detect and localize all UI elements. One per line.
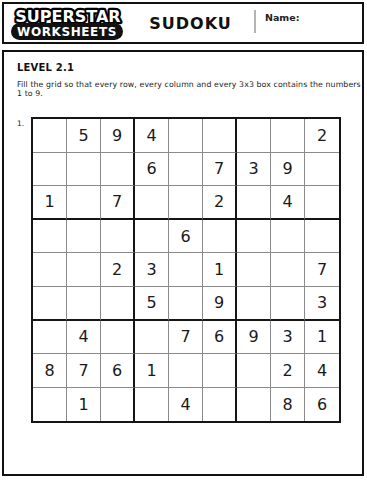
puzzle-block: 1. 594267391724623175934769318761241486: [17, 117, 362, 423]
sudoku-cell-r4c3[interactable]: [101, 220, 135, 254]
name-label: Name:: [265, 12, 300, 23]
sudoku-cell-r4c6[interactable]: [203, 220, 237, 254]
sudoku-cell-r5c1[interactable]: [33, 253, 67, 287]
sudoku-cell-r1c6[interactable]: [203, 119, 237, 153]
sudoku-cell-r3c5[interactable]: [169, 186, 203, 220]
sudoku-cell-r2c6: 7: [203, 153, 237, 187]
sudoku-cell-r1c3: 9: [101, 119, 135, 153]
sudoku-cell-r2c8: 9: [271, 153, 305, 187]
sudoku-cell-r1c5[interactable]: [169, 119, 203, 153]
content-box: LEVEL 2.1 Fill the grid so that every ro…: [2, 50, 364, 476]
name-section: Name:: [254, 4, 362, 42]
sudoku-cell-r9c4[interactable]: [135, 388, 169, 422]
sudoku-cell-r5c7[interactable]: [237, 253, 271, 287]
sudoku-cell-r8c2: 7: [67, 354, 101, 388]
sudoku-cell-r9c7[interactable]: [237, 388, 271, 422]
sudoku-cell-r8c9: 4: [305, 354, 339, 388]
sudoku-cell-r9c8: 8: [271, 388, 305, 422]
sudoku-cell-r4c8[interactable]: [271, 220, 305, 254]
sudoku-cell-r8c5[interactable]: [169, 354, 203, 388]
logo-text-superstar: SUPERSTAR: [15, 7, 120, 26]
name-separator-line: [254, 10, 256, 33]
sudoku-cell-r8c6[interactable]: [203, 354, 237, 388]
sudoku-cell-r6c1[interactable]: [33, 287, 67, 321]
sudoku-cell-r3c8: 4: [271, 186, 305, 220]
sudoku-cell-r5c3: 2: [101, 253, 135, 287]
sudoku-cell-r4c7[interactable]: [237, 220, 271, 254]
sudoku-cell-r1c7[interactable]: [237, 119, 271, 153]
sudoku-cell-r8c1: 8: [33, 354, 67, 388]
sudoku-cell-r8c4: 1: [135, 354, 169, 388]
sudoku-cell-r2c9[interactable]: [305, 153, 339, 187]
sudoku-cell-r6c7[interactable]: [237, 287, 271, 321]
level-label: LEVEL 2.1: [17, 62, 362, 73]
sudoku-cell-r1c9: 2: [305, 119, 339, 153]
sudoku-cell-r3c9[interactable]: [305, 186, 339, 220]
content-inner: LEVEL 2.1 Fill the grid so that every ro…: [4, 52, 362, 423]
sudoku-cell-r7c8: 3: [271, 321, 305, 355]
sudoku-cell-r2c4: 6: [135, 153, 169, 187]
sudoku-cell-r2c1[interactable]: [33, 153, 67, 187]
sudoku-cell-r2c5[interactable]: [169, 153, 203, 187]
name-write-area[interactable]: [300, 10, 362, 34]
sudoku-cell-r9c2: 1: [67, 388, 101, 422]
sudoku-cell-r5c9: 7: [305, 253, 339, 287]
sudoku-cell-r3c4[interactable]: [135, 186, 169, 220]
sudoku-cell-r6c5[interactable]: [169, 287, 203, 321]
sudoku-cell-r6c3[interactable]: [101, 287, 135, 321]
sudoku-cell-r4c9[interactable]: [305, 220, 339, 254]
sudoku-cell-r7c2: 4: [67, 321, 101, 355]
sudoku-cell-r4c1[interactable]: [33, 220, 67, 254]
sudoku-cell-r1c2: 5: [67, 119, 101, 153]
superstar-worksheets-logo: SUPERSTAR WORKSHEETS: [9, 5, 127, 41]
sudoku-cell-r1c4: 4: [135, 119, 169, 153]
sudoku-cell-r9c3[interactable]: [101, 388, 135, 422]
sudoku-cell-r7c1[interactable]: [33, 321, 67, 355]
sudoku-cell-r8c7[interactable]: [237, 354, 271, 388]
sudoku-cell-r6c8[interactable]: [271, 287, 305, 321]
sudoku-cell-r6c6: 9: [203, 287, 237, 321]
sudoku-cell-r2c3[interactable]: [101, 153, 135, 187]
sudoku-cell-r7c7: 9: [237, 321, 271, 355]
sudoku-cell-r7c6: 6: [203, 321, 237, 355]
sudoku-cell-r6c4: 5: [135, 287, 169, 321]
sudoku-cell-r4c4[interactable]: [135, 220, 169, 254]
sudoku-cell-r2c7: 3: [237, 153, 271, 187]
sudoku-cell-r1c1[interactable]: [33, 119, 67, 153]
sudoku-cell-r7c3[interactable]: [101, 321, 135, 355]
sudoku-cell-r3c1: 1: [33, 186, 67, 220]
sudoku-cell-r8c3: 6: [101, 354, 135, 388]
sudoku-cell-r5c5[interactable]: [169, 253, 203, 287]
sudoku-cell-r5c4: 3: [135, 253, 169, 287]
sudoku-cell-r7c5: 7: [169, 321, 203, 355]
sudoku-cell-r9c1[interactable]: [33, 388, 67, 422]
sudoku-grid: 594267391724623175934769318761241486: [31, 117, 341, 423]
sudoku-cell-r3c6: 2: [203, 186, 237, 220]
header-bar: SUPERSTAR WORKSHEETS SUDOKU Name:: [2, 2, 364, 44]
sudoku-cell-r4c2[interactable]: [67, 220, 101, 254]
sudoku-cell-r3c3: 7: [101, 186, 135, 220]
sudoku-cell-r6c9: 3: [305, 287, 339, 321]
logo-text-worksheets: WORKSHEETS: [17, 25, 117, 39]
sudoku-cell-r5c6: 1: [203, 253, 237, 287]
page-title: SUDOKU: [149, 14, 232, 33]
sudoku-cell-r5c2[interactable]: [67, 253, 101, 287]
sudoku-cell-r1c8[interactable]: [271, 119, 305, 153]
sudoku-cell-r4c5: 6: [169, 220, 203, 254]
sudoku-cell-r9c6[interactable]: [203, 388, 237, 422]
sudoku-cell-r9c5: 4: [169, 388, 203, 422]
instructions-text: Fill the grid so that every row, every c…: [17, 80, 362, 98]
sudoku-cell-r7c4[interactable]: [135, 321, 169, 355]
worksheet-page: SUPERSTAR WORKSHEETS SUDOKU Name: LEVEL …: [0, 0, 367, 480]
sudoku-cell-r9c9: 6: [305, 388, 339, 422]
sudoku-cell-r6c2[interactable]: [67, 287, 101, 321]
sudoku-cell-r3c7[interactable]: [237, 186, 271, 220]
sudoku-cell-r7c9: 1: [305, 321, 339, 355]
sudoku-cell-r5c8[interactable]: [271, 253, 305, 287]
title-wrap: SUDOKU: [127, 14, 254, 33]
sudoku-cell-r3c2[interactable]: [67, 186, 101, 220]
sudoku-cell-r8c8: 2: [271, 354, 305, 388]
sudoku-cell-r2c2[interactable]: [67, 153, 101, 187]
puzzle-number: 1.: [17, 117, 31, 423]
